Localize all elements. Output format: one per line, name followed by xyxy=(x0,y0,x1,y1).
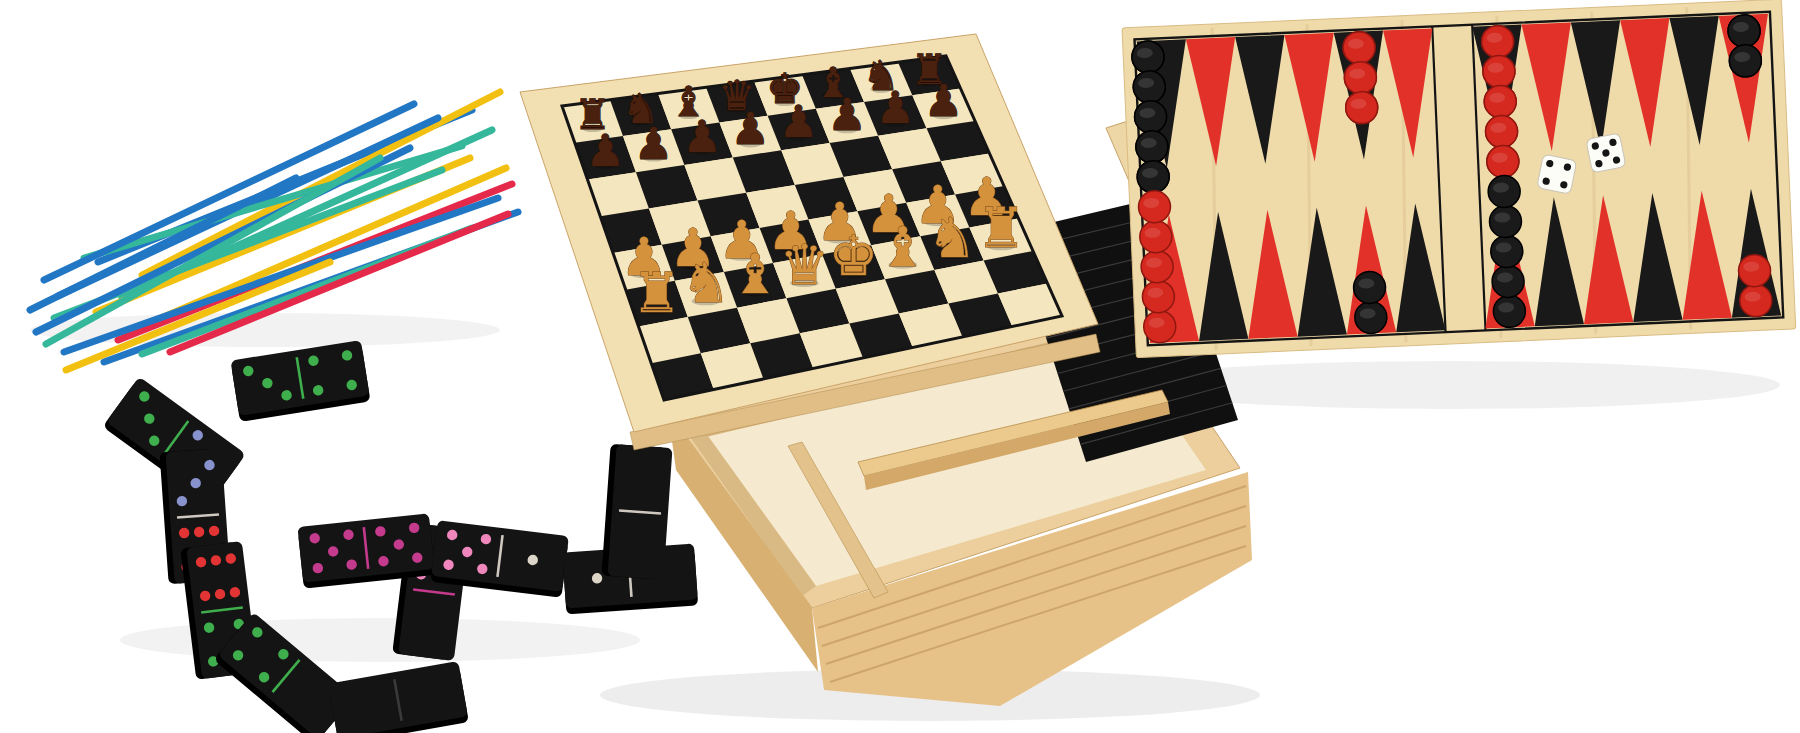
chess-piece-dark-p: ♟ xyxy=(634,118,674,169)
scene-canvas: ♜♞♝♛♚♝♞♜♟♟♟♟♟♟♟♟♟♟♟♟♟♟♟♟♜♞♝♛♚♝♞♜ xyxy=(0,0,1800,733)
chess-piece-dark-p: ♟ xyxy=(827,89,867,140)
chess-piece-light-n: ♞ xyxy=(681,251,730,315)
domino-tile-3-4 xyxy=(230,340,370,422)
game-set-photo: ♜♞♝♛♚♝♞♜♟♟♟♟♟♟♟♟♟♟♟♟♟♟♟♟♜♞♝♛♚♝♞♜ xyxy=(0,0,1800,733)
die-showing-4 xyxy=(1537,154,1577,194)
chess-piece-dark-p: ♟ xyxy=(875,82,915,133)
chess-piece-dark-p: ♟ xyxy=(682,111,722,162)
chess-piece-light-b: ♝ xyxy=(730,242,779,306)
chess-piece-light-r: ♜ xyxy=(632,261,681,325)
die-face xyxy=(1537,154,1577,194)
chess-piece-light-q: ♛ xyxy=(780,233,829,297)
chess-piece-dark-p: ♟ xyxy=(779,96,819,147)
die-showing-5 xyxy=(1586,133,1626,173)
chess-piece-dark-p: ♟ xyxy=(731,103,771,154)
chess-piece-light-n: ♞ xyxy=(927,206,976,270)
chess-piece-dark-p: ♟ xyxy=(586,125,626,176)
chess-piece-dark-p: ♟ xyxy=(924,75,964,126)
backgammon-board xyxy=(1122,0,1796,358)
chess-piece-light-b: ♝ xyxy=(878,215,927,279)
chess-piece-light-k: ♚ xyxy=(829,224,878,288)
domino-tile-0-0 xyxy=(601,444,672,580)
domino-tile-0-0 xyxy=(328,661,469,733)
domino-chain xyxy=(103,340,699,733)
chess-piece-light-r: ♜ xyxy=(976,196,1025,260)
